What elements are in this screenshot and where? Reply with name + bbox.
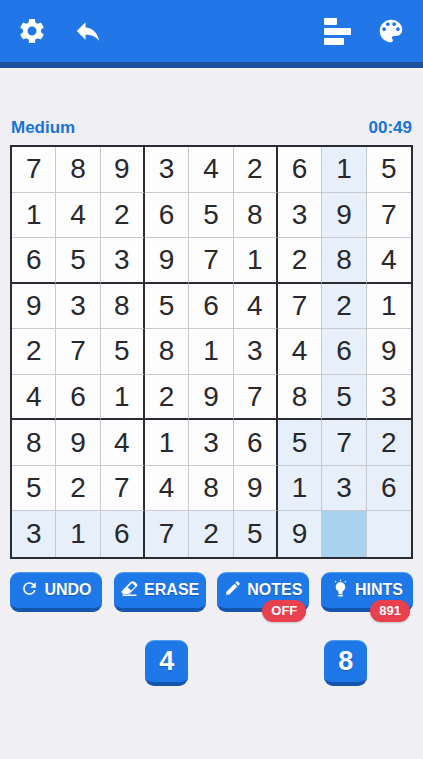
numpad-slot-1 — [10, 639, 55, 687]
cell-r4c3[interactable]: 8 — [101, 284, 145, 330]
cell-r9c4[interactable]: 7 — [145, 511, 189, 557]
cell-r9c7[interactable]: 9 — [278, 511, 322, 557]
cell-r9c5[interactable]: 2 — [189, 511, 233, 557]
numpad-slot-5 — [189, 639, 234, 687]
timer: 00:49 — [369, 118, 412, 138]
cell-r3c5[interactable]: 7 — [189, 238, 233, 284]
cell-r6c1[interactable]: 4 — [12, 375, 56, 421]
cell-r4c5[interactable]: 6 — [189, 284, 233, 330]
cell-r4c7[interactable]: 7 — [278, 284, 322, 330]
theme-palette-icon[interactable] — [375, 15, 407, 47]
notes-button[interactable]: NOTES OFF — [217, 572, 309, 612]
cell-r6c2[interactable]: 6 — [56, 375, 100, 421]
numpad-slot-9 — [368, 639, 413, 687]
cell-r5c8[interactable]: 6 — [322, 329, 366, 375]
cell-r7c2[interactable]: 9 — [56, 420, 100, 466]
topbar-bottom-strip — [0, 62, 423, 68]
numpad-slot-4: 4 — [144, 639, 189, 687]
cell-r1c5[interactable]: 4 — [189, 147, 233, 193]
cell-r8c6[interactable]: 9 — [234, 466, 278, 512]
cell-r5c9[interactable]: 9 — [367, 329, 411, 375]
cell-r4c1[interactable]: 9 — [12, 284, 56, 330]
undo-button[interactable]: UNDO — [10, 572, 102, 612]
cell-r9c8[interactable] — [322, 511, 366, 557]
cell-r4c8[interactable]: 2 — [322, 284, 366, 330]
cell-r8c1[interactable]: 5 — [12, 466, 56, 512]
cell-r3c3[interactable]: 3 — [101, 238, 145, 284]
cell-r3c9[interactable]: 4 — [367, 238, 411, 284]
top-bar — [0, 0, 423, 62]
cell-r9c6[interactable]: 5 — [234, 511, 278, 557]
cell-r2c8[interactable]: 9 — [322, 193, 366, 239]
cell-r7c9[interactable]: 2 — [367, 420, 411, 466]
cell-r9c9[interactable] — [367, 511, 411, 557]
numpad-slot-8: 8 — [323, 639, 368, 687]
cell-r6c3[interactable]: 1 — [101, 375, 145, 421]
cell-r2c7[interactable]: 3 — [278, 193, 322, 239]
cell-r3c1[interactable]: 6 — [12, 238, 56, 284]
number-pad: 48 — [10, 639, 413, 687]
cell-r7c1[interactable]: 8 — [12, 420, 56, 466]
cell-r6c7[interactable]: 8 — [278, 375, 322, 421]
lightbulb-icon — [331, 579, 350, 602]
cell-r5c1[interactable]: 2 — [12, 329, 56, 375]
cell-r7c6[interactable]: 6 — [234, 420, 278, 466]
cell-r2c3[interactable]: 2 — [101, 193, 145, 239]
cell-r2c5[interactable]: 5 — [189, 193, 233, 239]
settings-icon[interactable] — [16, 15, 48, 47]
cell-r6c5[interactable]: 9 — [189, 375, 233, 421]
hints-count-badge: 891 — [370, 600, 410, 622]
cell-r7c4[interactable]: 1 — [145, 420, 189, 466]
cell-r6c8[interactable]: 5 — [322, 375, 366, 421]
cell-r8c4[interactable]: 4 — [145, 466, 189, 512]
erase-label: ERASE — [144, 581, 199, 599]
cell-r3c8[interactable]: 8 — [322, 238, 366, 284]
cell-r4c4[interactable]: 5 — [145, 284, 189, 330]
cell-r7c8[interactable]: 7 — [322, 420, 366, 466]
cell-r3c2[interactable]: 5 — [56, 238, 100, 284]
sudoku-board: 7893426151426583976539712849385647212758… — [10, 145, 413, 559]
cell-r1c9[interactable]: 5 — [367, 147, 411, 193]
cell-r8c8[interactable]: 3 — [322, 466, 366, 512]
cell-r1c4[interactable]: 3 — [145, 147, 189, 193]
cell-r5c3[interactable]: 5 — [101, 329, 145, 375]
cell-r6c6[interactable]: 7 — [234, 375, 278, 421]
cell-r3c6[interactable]: 1 — [234, 238, 278, 284]
cell-r4c9[interactable]: 1 — [367, 284, 411, 330]
back-undo-icon[interactable] — [72, 15, 104, 47]
cell-r8c7[interactable]: 1 — [278, 466, 322, 512]
undo-label: UNDO — [44, 581, 91, 599]
cell-r9c2[interactable]: 1 — [56, 511, 100, 557]
cell-r5c7[interactable]: 4 — [278, 329, 322, 375]
notes-off-badge: OFF — [262, 600, 306, 622]
cell-r4c6[interactable]: 4 — [234, 284, 278, 330]
cell-r1c6[interactable]: 2 — [234, 147, 278, 193]
cell-r8c9[interactable]: 6 — [367, 466, 411, 512]
cell-r1c7[interactable]: 6 — [278, 147, 322, 193]
numpad-slot-2 — [55, 639, 100, 687]
cell-r3c7[interactable]: 2 — [278, 238, 322, 284]
cell-r7c3[interactable]: 4 — [101, 420, 145, 466]
cell-r5c2[interactable]: 7 — [56, 329, 100, 375]
pencil-icon — [224, 579, 242, 601]
cell-r1c3[interactable]: 9 — [101, 147, 145, 193]
hints-button[interactable]: HINTS 891 — [321, 572, 413, 612]
control-bar: UNDO ERASE NOTES OFF HINTS 891 — [10, 572, 413, 612]
cell-r2c9[interactable]: 7 — [367, 193, 411, 239]
difficulty-label: Medium — [11, 118, 75, 138]
cell-r1c1[interactable]: 7 — [12, 147, 56, 193]
stats-icon[interactable] — [321, 15, 353, 47]
cell-r5c5[interactable]: 1 — [189, 329, 233, 375]
cell-r2c4[interactable]: 6 — [145, 193, 189, 239]
cell-r7c5[interactable]: 3 — [189, 420, 233, 466]
digit-button-4[interactable]: 4 — [145, 640, 188, 686]
cell-r9c3[interactable]: 6 — [101, 511, 145, 557]
numpad-slot-7 — [279, 639, 324, 687]
status-row: Medium 00:49 — [11, 118, 412, 138]
cell-r9c1[interactable]: 3 — [12, 511, 56, 557]
cell-r8c3[interactable]: 7 — [101, 466, 145, 512]
cell-r6c9[interactable]: 3 — [367, 375, 411, 421]
erase-button[interactable]: ERASE — [114, 572, 206, 612]
eraser-icon — [120, 579, 139, 602]
undo-icon — [20, 579, 39, 602]
notes-label: NOTES — [247, 581, 302, 599]
cell-r8c2[interactable]: 2 — [56, 466, 100, 512]
cell-r7c7[interactable]: 5 — [278, 420, 322, 466]
cell-r3c4[interactable]: 9 — [145, 238, 189, 284]
cell-r5c4[interactable]: 8 — [145, 329, 189, 375]
numpad-slot-6 — [234, 639, 279, 687]
cell-r8c5[interactable]: 8 — [189, 466, 233, 512]
cell-r6c4[interactable]: 2 — [145, 375, 189, 421]
cell-r2c6[interactable]: 8 — [234, 193, 278, 239]
cell-r5c6[interactable]: 3 — [234, 329, 278, 375]
cell-r2c1[interactable]: 1 — [12, 193, 56, 239]
cell-r4c2[interactable]: 3 — [56, 284, 100, 330]
cell-r2c2[interactable]: 4 — [56, 193, 100, 239]
cell-r1c8[interactable]: 1 — [322, 147, 366, 193]
hints-label: HINTS — [355, 581, 403, 599]
digit-button-8[interactable]: 8 — [324, 640, 367, 686]
cell-r1c2[interactable]: 8 — [56, 147, 100, 193]
numpad-slot-3 — [100, 639, 145, 687]
